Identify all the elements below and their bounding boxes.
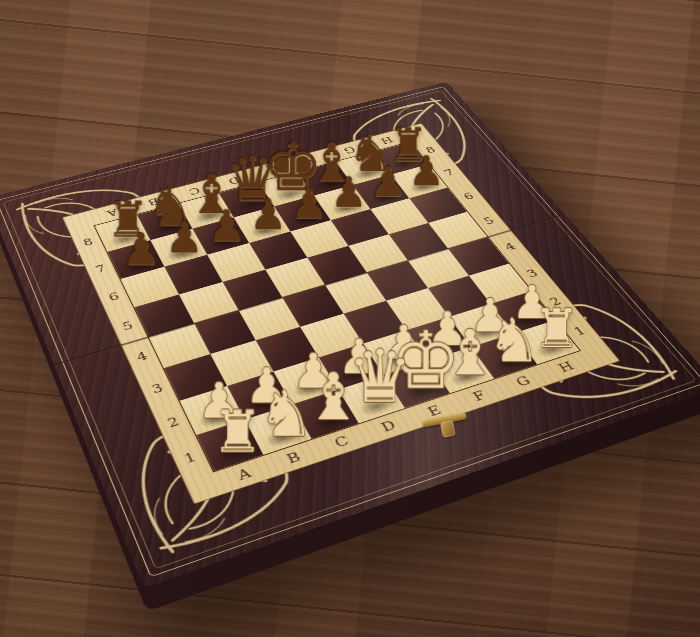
perspective-scene: ♜♞♝♛♚♝♞♜♟♟♟♟♟♟♟♟♟♟♟♟♟♟♟♟♜♞♝♛♚♝♞♜ AABBCCD… [0, 0, 700, 637]
clasp-hasp [440, 420, 456, 438]
photo-canvas: ♜♞♝♛♚♝♞♜♟♟♟♟♟♟♟♟♟♟♟♟♟♟♟♟♜♞♝♛♚♝♞♜ AABBCCD… [0, 0, 700, 637]
white-rook-icon: ♜ [193, 406, 282, 460]
chess-box-top: ♜♞♝♛♚♝♞♜♟♟♟♟♟♟♟♟♟♟♟♟♟♟♟♟♜♞♝♛♚♝♞♜ AABBCCD… [0, 82, 700, 589]
